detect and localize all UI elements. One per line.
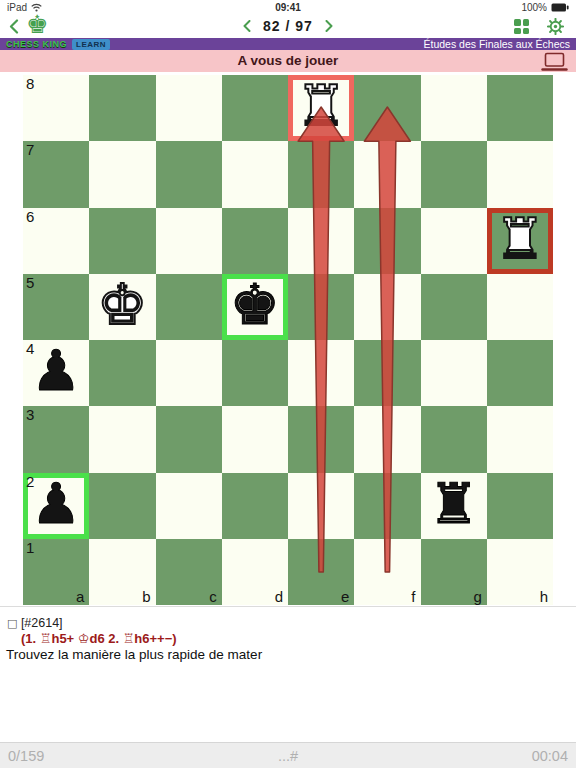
white-king-b5[interactable]: ♔♚ <box>89 274 155 340</box>
square-g5[interactable] <box>421 274 487 340</box>
black-rook-g2[interactable]: ♜ <box>421 473 487 539</box>
square-g4[interactable] <box>421 340 487 406</box>
white-rook-e8[interactable]: ♖♜ <box>288 75 354 141</box>
square-e8[interactable]: ♖♜ <box>288 75 354 141</box>
square-f7[interactable] <box>354 141 420 207</box>
puzzle-list-icon[interactable] <box>514 19 529 34</box>
puzzle-annotation: □ [#2614] (1. ♖h5+ ♔d6 2. ♖h6++−) Trouve… <box>0 616 576 663</box>
square-f8[interactable] <box>354 75 420 141</box>
file-label-d: d <box>275 588 283 605</box>
square-b7[interactable] <box>89 141 155 207</box>
file-label-c: c <box>209 588 217 605</box>
rank-label-4: 4 <box>26 340 34 357</box>
score-progress: 0/159 <box>8 748 44 764</box>
square-b4[interactable] <box>89 340 155 406</box>
square-h5[interactable] <box>487 274 553 340</box>
square-h8[interactable] <box>487 75 553 141</box>
turn-prompt: A vous de jouer <box>0 53 576 68</box>
white-rook-h6[interactable]: ♖♜ <box>487 208 553 274</box>
square-h4[interactable] <box>487 340 553 406</box>
clock: 09:41 <box>0 2 576 13</box>
square-e2[interactable] <box>288 473 354 539</box>
rank-label-5: 5 <box>26 274 34 291</box>
square-h2[interactable] <box>487 473 553 539</box>
computer-play-icon[interactable] <box>541 52 568 72</box>
puzzle-counter: 82 / 97 <box>263 18 313 34</box>
file-label-b: b <box>142 588 150 605</box>
square-e3[interactable] <box>288 406 354 472</box>
square-a2[interactable]: 2♟ <box>23 473 89 539</box>
file-label-g: g <box>473 588 481 605</box>
square-h6[interactable]: ♖♜ <box>487 208 553 274</box>
file-label-a: a <box>76 588 84 605</box>
rank-label-7: 7 <box>26 141 34 158</box>
square-c7[interactable] <box>156 141 222 207</box>
square-e4[interactable] <box>288 340 354 406</box>
square-d8[interactable] <box>222 75 288 141</box>
prev-puzzle-icon[interactable] <box>243 20 251 32</box>
square-g3[interactable] <box>421 406 487 472</box>
puzzle-id: [#2614] <box>21 616 63 630</box>
white-to-move-marker: □ <box>7 617 17 630</box>
next-puzzle-icon[interactable] <box>325 20 333 32</box>
square-f4[interactable] <box>354 340 420 406</box>
nav-bar: ♚ 82 / 97 <box>0 14 576 38</box>
square-e7[interactable] <box>288 141 354 207</box>
rank-label-2: 2 <box>26 473 34 490</box>
bottom-bar: 0/159 ...# 00:04 <box>0 742 576 768</box>
brand-bar: CHESS KING LEARN Études des Finales aux … <box>0 38 576 50</box>
file-label-h: h <box>540 588 548 605</box>
square-b8[interactable] <box>89 75 155 141</box>
square-d1[interactable]: d <box>222 539 288 605</box>
square-d3[interactable] <box>222 406 288 472</box>
instruction-text: Trouvez la manière la plus rapide de mat… <box>0 647 576 663</box>
square-a4[interactable]: 4♟ <box>23 340 89 406</box>
rank-label-1: 1 <box>26 539 34 556</box>
timer: 00:04 <box>532 748 568 764</box>
solution-line: (1. ♖h5+ ♔d6 2. ♖h6++−) <box>0 631 576 646</box>
square-c5[interactable] <box>156 274 222 340</box>
settings-gear-icon[interactable] <box>547 18 564 35</box>
square-c8[interactable] <box>156 75 222 141</box>
square-g7[interactable] <box>421 141 487 207</box>
square-c1[interactable]: c <box>156 539 222 605</box>
square-g8[interactable] <box>421 75 487 141</box>
square-d6[interactable] <box>222 208 288 274</box>
square-d7[interactable] <box>222 141 288 207</box>
square-h3[interactable] <box>487 406 553 472</box>
rank-label-8: 8 <box>26 75 34 92</box>
puzzle-theme: ...# <box>0 748 576 764</box>
square-a6[interactable]: 6 <box>23 208 89 274</box>
chess-board: 8♖♜76♖♜5♔♚♚4♟32♟♜1abcdefgh <box>23 75 553 605</box>
square-a5[interactable]: 5 <box>23 274 89 340</box>
chess-king-wordmark: CHESS KING <box>6 38 67 50</box>
square-c6[interactable] <box>156 208 222 274</box>
square-g2[interactable]: ♜ <box>421 473 487 539</box>
square-a1[interactable]: 1a <box>23 539 89 605</box>
square-e6[interactable] <box>288 208 354 274</box>
square-f6[interactable] <box>354 208 420 274</box>
square-c4[interactable] <box>156 340 222 406</box>
square-f1[interactable]: f <box>354 539 420 605</box>
board-divider <box>0 606 576 607</box>
file-label-f: f <box>411 588 415 605</box>
square-b1[interactable]: b <box>89 539 155 605</box>
status-bar: iPad 09:41 100% <box>0 0 576 14</box>
course-title: Études des Finales aux Échecs <box>424 38 571 50</box>
square-a8[interactable]: 8 <box>23 75 89 141</box>
rank-label-3: 3 <box>26 406 34 423</box>
square-b3[interactable] <box>89 406 155 472</box>
square-b5[interactable]: ♔♚ <box>89 274 155 340</box>
square-d4[interactable] <box>222 340 288 406</box>
black-king-d5[interactable]: ♚ <box>222 274 288 340</box>
app-screen: iPad 09:41 100% ♚ 82 / 97 <box>0 0 576 768</box>
square-c2[interactable] <box>156 473 222 539</box>
square-b2[interactable] <box>89 473 155 539</box>
file-label-e: e <box>341 588 349 605</box>
square-g6[interactable] <box>421 208 487 274</box>
square-h7[interactable] <box>487 141 553 207</box>
square-c3[interactable] <box>156 406 222 472</box>
square-a7[interactable]: 7 <box>23 141 89 207</box>
square-b6[interactable] <box>89 208 155 274</box>
square-h1[interactable]: h <box>487 539 553 605</box>
rank-label-6: 6 <box>26 208 34 225</box>
square-e5[interactable] <box>288 274 354 340</box>
square-e1[interactable]: e <box>288 539 354 605</box>
square-f3[interactable] <box>354 406 420 472</box>
square-d2[interactable] <box>222 473 288 539</box>
prompt-bar: A vous de jouer <box>0 50 576 72</box>
square-g1[interactable]: g <box>421 539 487 605</box>
square-a3[interactable]: 3 <box>23 406 89 472</box>
square-d5[interactable]: ♚ <box>222 274 288 340</box>
learn-badge: LEARN <box>72 39 110 50</box>
square-f2[interactable] <box>354 473 420 539</box>
square-f5[interactable] <box>354 274 420 340</box>
